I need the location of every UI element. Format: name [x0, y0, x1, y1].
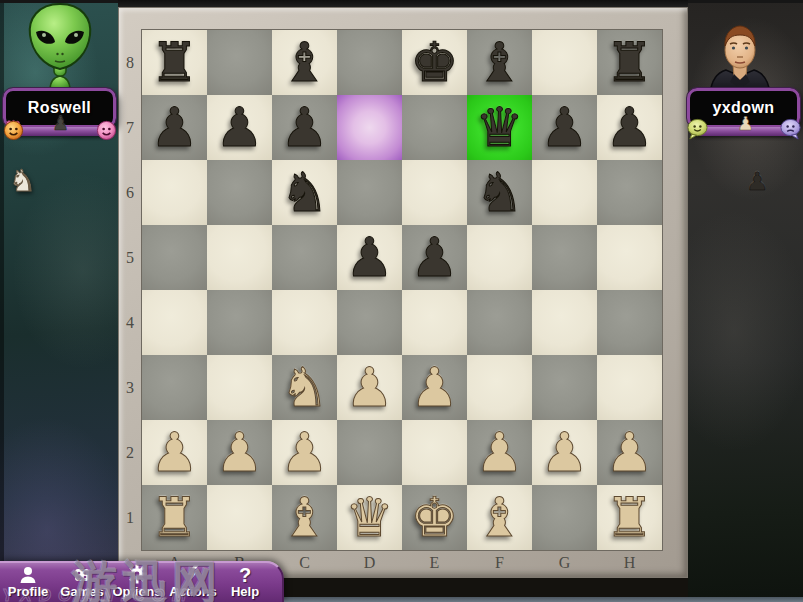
square-b7[interactable]: ♟ [207, 95, 272, 160]
piece-black-pawn[interactable]: ♟ [150, 95, 198, 160]
left-player-color-pawn-icon: ♟ [52, 114, 69, 133]
square-d3[interactable]: ♟ [337, 355, 402, 420]
square-a4[interactable] [142, 290, 207, 355]
square-e2[interactable] [402, 420, 467, 485]
alien-avatar [20, 2, 100, 94]
purple-frown-bubble-emote[interactable] [779, 117, 802, 140]
square-a7[interactable]: ♟ [142, 95, 207, 160]
square-g1[interactable] [532, 485, 597, 550]
file-label-E: E [402, 550, 467, 576]
gear-icon [127, 564, 147, 584]
square-h2[interactable]: ♟ [597, 420, 662, 485]
square-c6[interactable]: ♞ [272, 160, 337, 225]
square-c7[interactable]: ♟ [272, 95, 337, 160]
piece-white-pawn[interactable]: ♟ [345, 355, 393, 420]
piece-white-king[interactable]: ♚ [410, 485, 458, 550]
profile-label: Profile [8, 584, 48, 599]
square-g6[interactable] [532, 160, 597, 225]
piece-black-pawn[interactable]: ♟ [540, 95, 588, 160]
orange-smiley-emote[interactable] [2, 118, 25, 141]
piece-black-bishop[interactable]: ♝ [475, 30, 523, 95]
square-f1[interactable]: ♝ [467, 485, 532, 550]
square-f5[interactable] [467, 225, 532, 290]
piece-white-pawn[interactable]: ♟ [280, 420, 328, 485]
square-d4[interactable] [337, 290, 402, 355]
square-b5[interactable] [207, 225, 272, 290]
piece-black-pawn[interactable]: ♟ [605, 95, 653, 160]
piece-white-bishop[interactable]: ♝ [280, 485, 328, 550]
help-label: Help [231, 584, 259, 599]
square-e5[interactable]: ♟ [402, 225, 467, 290]
bottom-toolbar: Profile Games [0, 561, 284, 602]
square-b3[interactable] [207, 355, 272, 420]
games-button[interactable]: Games [56, 564, 108, 602]
piece-black-king[interactable]: ♚ [410, 30, 458, 95]
square-g3[interactable] [532, 355, 597, 420]
piece-white-pawn[interactable]: ♟ [605, 420, 653, 485]
square-f4[interactable] [467, 290, 532, 355]
piece-white-pawn[interactable]: ♟ [150, 420, 198, 485]
square-d2[interactable] [337, 420, 402, 485]
piece-white-pawn[interactable]: ♟ [540, 420, 588, 485]
rank-label-2: 2 [118, 420, 142, 485]
piece-white-pawn[interactable]: ♟ [215, 420, 263, 485]
square-d6[interactable] [337, 160, 402, 225]
square-g7[interactable]: ♟ [532, 95, 597, 160]
rank-label-1: 1 [118, 485, 142, 550]
square-h8[interactable]: ♜ [597, 30, 662, 95]
square-e3[interactable]: ♟ [402, 355, 467, 420]
square-g2[interactable]: ♟ [532, 420, 597, 485]
square-d1[interactable]: ♛ [337, 485, 402, 550]
piece-black-rook[interactable]: ♜ [605, 30, 653, 95]
square-c1[interactable]: ♝ [272, 485, 337, 550]
square-a2[interactable]: ♟ [142, 420, 207, 485]
rank-label-8: 8 [118, 30, 142, 95]
square-d7[interactable] [337, 95, 402, 160]
square-a1[interactable]: ♜ [142, 485, 207, 550]
piece-white-bishop[interactable]: ♝ [475, 485, 523, 550]
chess-board: ♜♝♚♝♜♟♟♟♛♟♟♞♞♟♟♞♟♟♟♟♟♟♟♟♜♝♛♚♝♜ [142, 30, 662, 550]
chess-board-frame: 87654321 ABCDEFGH ♜♝♚♝♜♟♟♟♛♟♟♞♞♟♟♞♟♟♟♟♟♟… [118, 7, 688, 578]
square-c8[interactable]: ♝ [272, 30, 337, 95]
square-b6[interactable] [207, 160, 272, 225]
piece-black-rook[interactable]: ♜ [150, 30, 198, 95]
piece-black-queen[interactable]: ♛ [475, 95, 523, 160]
square-g5[interactable] [532, 225, 597, 290]
square-d5[interactable]: ♟ [337, 225, 402, 290]
piece-white-pawn[interactable]: ♟ [410, 355, 458, 420]
captured-white-knight: ♞ [9, 163, 36, 198]
captured-black-pawn: ♟ [746, 167, 768, 196]
square-b4[interactable] [207, 290, 272, 355]
square-b1[interactable] [207, 485, 272, 550]
square-c2[interactable]: ♟ [272, 420, 337, 485]
square-d8[interactable] [337, 30, 402, 95]
square-f2[interactable]: ♟ [467, 420, 532, 485]
green-smiley-bubble-emote[interactable] [686, 117, 709, 140]
square-f8[interactable]: ♝ [467, 30, 532, 95]
square-b2[interactable]: ♟ [207, 420, 272, 485]
square-a6[interactable] [142, 160, 207, 225]
actions-label: Actions [169, 584, 217, 599]
square-h3[interactable] [597, 355, 662, 420]
square-e8[interactable]: ♚ [402, 30, 467, 95]
piece-black-knight[interactable]: ♞ [475, 160, 523, 225]
square-c3[interactable]: ♞ [272, 355, 337, 420]
square-a5[interactable] [142, 225, 207, 290]
games-label: Games [60, 584, 103, 599]
square-h7[interactable]: ♟ [597, 95, 662, 160]
square-c4[interactable] [272, 290, 337, 355]
pink-devil-smiley-emote[interactable] [95, 118, 118, 141]
chess-game-window: 87654321 ABCDEFGH ♜♝♚♝♜♟♟♟♛♟♟♞♞♟♟♞♟♟♟♟♟♟… [0, 0, 803, 602]
options-label: Options [112, 584, 161, 599]
square-b8[interactable] [207, 30, 272, 95]
piece-white-knight[interactable]: ♞ [280, 355, 328, 420]
square-a8[interactable]: ♜ [142, 30, 207, 95]
square-f6[interactable]: ♞ [467, 160, 532, 225]
piece-black-pawn[interactable]: ♟ [280, 95, 328, 160]
square-c5[interactable] [272, 225, 337, 290]
lightning-icon [185, 564, 201, 584]
piece-black-knight[interactable]: ♞ [280, 160, 328, 225]
piece-white-queen[interactable]: ♛ [345, 485, 393, 550]
square-g8[interactable] [532, 30, 597, 95]
rank-labels: 87654321 [118, 30, 142, 550]
square-h4[interactable] [597, 290, 662, 355]
square-h5[interactable] [597, 225, 662, 290]
piece-black-pawn[interactable]: ♟ [410, 225, 458, 290]
square-e6[interactable] [402, 160, 467, 225]
piece-white-pawn[interactable]: ♟ [475, 420, 523, 485]
profile-button[interactable]: Profile [2, 564, 54, 602]
right-player-color-pawn-icon: ♟ [737, 114, 754, 133]
file-label-H: H [597, 550, 662, 576]
file-label-F: F [467, 550, 532, 576]
file-label-D: D [337, 550, 402, 576]
games-icon [73, 564, 91, 584]
rank-label-6: 6 [118, 160, 142, 225]
bottom-edge-strip [282, 597, 803, 602]
file-label-G: G [532, 550, 597, 576]
square-f7[interactable]: ♛ [467, 95, 532, 160]
rank-label-4: 4 [118, 290, 142, 355]
help-button[interactable]: ? Help [220, 564, 270, 602]
person-icon [19, 564, 37, 584]
piece-black-pawn[interactable]: ♟ [215, 95, 263, 160]
options-button[interactable]: Options [108, 564, 166, 602]
piece-white-rook[interactable]: ♜ [150, 485, 198, 550]
square-h1[interactable]: ♜ [597, 485, 662, 550]
rank-label-7: 7 [118, 95, 142, 160]
piece-white-rook[interactable]: ♜ [605, 485, 653, 550]
square-h6[interactable] [597, 160, 662, 225]
piece-black-bishop[interactable]: ♝ [280, 30, 328, 95]
question-icon: ? [239, 566, 251, 584]
square-e1[interactable]: ♚ [402, 485, 467, 550]
square-e4[interactable] [402, 290, 467, 355]
man-avatar [700, 24, 780, 94]
square-a3[interactable] [142, 355, 207, 420]
square-f3[interactable] [467, 355, 532, 420]
rank-label-5: 5 [118, 225, 142, 290]
square-g4[interactable] [532, 290, 597, 355]
piece-black-pawn[interactable]: ♟ [345, 225, 393, 290]
square-e7[interactable] [402, 95, 467, 160]
actions-button[interactable]: Actions [166, 564, 220, 602]
rank-label-3: 3 [118, 355, 142, 420]
